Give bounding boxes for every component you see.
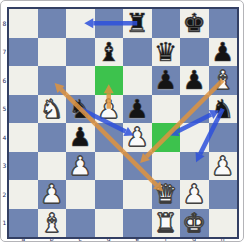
square-b5[interactable]: ♞: [38, 95, 67, 124]
black-king-g8[interactable]: ♚: [180, 9, 209, 38]
rank-label-3: 3: [1, 152, 8, 181]
square-a6[interactable]: [9, 66, 38, 95]
black-knight-c5[interactable]: ♞: [66, 95, 95, 124]
white-pawn-g2[interactable]: ♟: [180, 180, 209, 209]
square-b2[interactable]: ♟: [38, 180, 67, 209]
square-e2[interactable]: [123, 180, 152, 209]
white-pawn-e4[interactable]: ♟: [123, 123, 152, 152]
square-b4[interactable]: [38, 123, 67, 152]
square-b1[interactable]: ♝: [38, 209, 67, 238]
square-f8[interactable]: [152, 9, 181, 38]
square-c2[interactable]: [66, 180, 95, 209]
white-bishop-h6[interactable]: ♝: [209, 66, 238, 95]
rank-label-4: 4: [1, 123, 8, 152]
black-rook-e8[interactable]: ♜: [123, 9, 152, 38]
square-g7[interactable]: [180, 38, 209, 67]
square-b7[interactable]: [38, 38, 67, 67]
square-e6[interactable]: [123, 66, 152, 95]
square-b8[interactable]: [38, 9, 67, 38]
square-f2[interactable]: ♛: [152, 180, 181, 209]
square-c5[interactable]: ♞: [66, 95, 95, 124]
square-g5[interactable]: [180, 95, 209, 124]
square-h2[interactable]: [209, 180, 238, 209]
square-e5[interactable]: ♟: [123, 95, 152, 124]
square-a8[interactable]: [9, 9, 38, 38]
black-pawn-g6[interactable]: ♟: [180, 66, 209, 95]
square-a3[interactable]: [9, 152, 38, 181]
square-c6[interactable]: [66, 66, 95, 95]
white-rook-f1[interactable]: ♜: [152, 209, 181, 238]
square-e1[interactable]: [123, 209, 152, 238]
square-d8[interactable]: [95, 9, 124, 38]
white-knight-b5[interactable]: ♞: [38, 95, 67, 124]
square-f4[interactable]: [152, 123, 181, 152]
white-pawn-h3[interactable]: ♟: [209, 152, 238, 181]
rank-labels: 87654321: [1, 9, 8, 237]
square-h3[interactable]: ♟: [209, 152, 238, 181]
rank-label-6: 6: [1, 66, 8, 95]
black-knight-h5[interactable]: ♞: [209, 95, 238, 124]
square-d5[interactable]: ♟: [95, 95, 124, 124]
black-pawn-c4[interactable]: ♟: [66, 123, 95, 152]
square-b6[interactable]: [38, 66, 67, 95]
square-f7[interactable]: ♛: [152, 38, 181, 67]
square-a1[interactable]: [9, 209, 38, 238]
square-f5[interactable]: [152, 95, 181, 124]
square-g8[interactable]: ♚: [180, 9, 209, 38]
black-pawn-f6[interactable]: ♟: [152, 66, 181, 95]
square-a7[interactable]: [9, 38, 38, 67]
rank-label-8: 8: [1, 9, 8, 38]
square-a2[interactable]: [9, 180, 38, 209]
square-h1[interactable]: [209, 209, 238, 238]
square-h8[interactable]: [209, 9, 238, 38]
square-g1[interactable]: ♚: [180, 209, 209, 238]
square-c7[interactable]: [66, 38, 95, 67]
square-a5[interactable]: [9, 95, 38, 124]
rank-label-2: 2: [1, 180, 8, 209]
square-c1[interactable]: [66, 209, 95, 238]
square-b3[interactable]: [38, 152, 67, 181]
white-king-g1[interactable]: ♚: [180, 209, 209, 238]
square-d6[interactable]: [95, 66, 124, 95]
square-f3[interactable]: [152, 152, 181, 181]
square-g4[interactable]: [180, 123, 209, 152]
square-g2[interactable]: ♟: [180, 180, 209, 209]
square-e7[interactable]: [123, 38, 152, 67]
square-e4[interactable]: ♟: [123, 123, 152, 152]
white-pawn-c3[interactable]: ♟: [66, 152, 95, 181]
square-h5[interactable]: ♞: [209, 95, 238, 124]
black-pawn-e5[interactable]: ♟: [123, 95, 152, 124]
square-d7[interactable]: ♝: [95, 38, 124, 67]
square-h7[interactable]: ♟: [209, 38, 238, 67]
rank-label-7: 7: [1, 38, 8, 67]
rank-label-1: 1: [1, 209, 8, 238]
square-c3[interactable]: ♟: [66, 152, 95, 181]
board-screenshot-frame: 87654321 abcdefgh ♜♚♝♛♟♟♟♝♞♞♟♟♞♟♟♟♟♟♛♟♝♜…: [0, 0, 244, 242]
square-d3[interactable]: [95, 152, 124, 181]
square-d1[interactable]: [95, 209, 124, 238]
square-e8[interactable]: ♜: [123, 9, 152, 38]
white-queen-f2[interactable]: ♛: [152, 180, 181, 209]
square-f1[interactable]: ♜: [152, 209, 181, 238]
black-bishop-d7[interactable]: ♝: [95, 38, 124, 67]
black-queen-f7[interactable]: ♛: [152, 38, 181, 67]
square-c8[interactable]: [66, 9, 95, 38]
square-a4[interactable]: [9, 123, 38, 152]
chess-board[interactable]: ♜♚♝♛♟♟♟♝♞♞♟♟♞♟♟♟♟♟♛♟♝♜♚: [9, 9, 237, 237]
rank-label-5: 5: [1, 95, 8, 124]
square-d4[interactable]: [95, 123, 124, 152]
square-c4[interactable]: ♟: [66, 123, 95, 152]
square-h4[interactable]: [209, 123, 238, 152]
square-f6[interactable]: ♟: [152, 66, 181, 95]
square-e3[interactable]: [123, 152, 152, 181]
white-pawn-b2[interactable]: ♟: [38, 180, 67, 209]
square-d2[interactable]: [95, 180, 124, 209]
square-g3[interactable]: [180, 152, 209, 181]
white-bishop-b1[interactable]: ♝: [38, 209, 67, 238]
white-pawn-d5[interactable]: ♟: [95, 95, 124, 124]
square-g6[interactable]: ♟: [180, 66, 209, 95]
black-pawn-h7[interactable]: ♟: [209, 38, 238, 67]
square-h6[interactable]: ♝: [209, 66, 238, 95]
